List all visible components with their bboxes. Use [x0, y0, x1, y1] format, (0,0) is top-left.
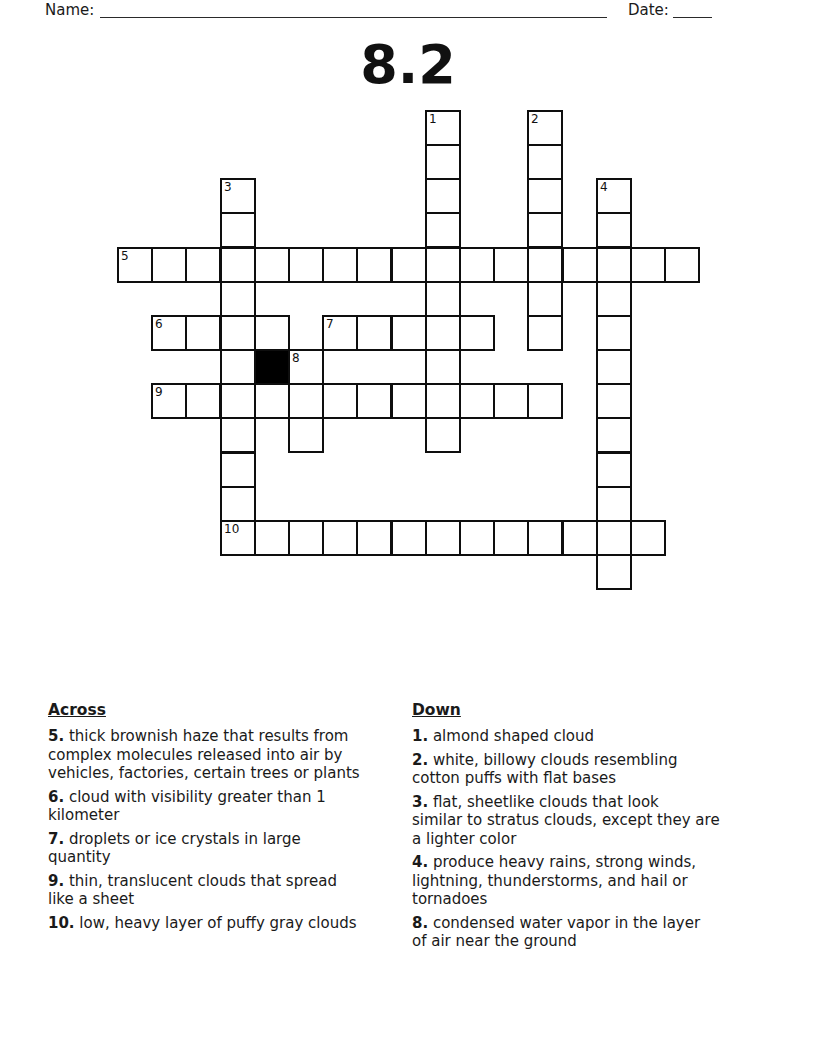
grid-cell[interactable]: 4 — [596, 178, 632, 214]
grid-cell[interactable] — [322, 383, 358, 419]
clue-number: 9. — [48, 872, 64, 890]
clue-text: almond shaped cloud — [433, 727, 594, 745]
grid-cell[interactable] — [356, 247, 392, 283]
grid-cell[interactable] — [596, 486, 632, 522]
clue-text: produce heavy rains, strong winds, light… — [412, 853, 696, 908]
clue-number: 10. — [48, 914, 75, 932]
grid-cell[interactable] — [425, 247, 461, 283]
grid-cell[interactable] — [425, 520, 461, 556]
grid-cell[interactable] — [391, 247, 427, 283]
grid-cell[interactable] — [220, 417, 256, 453]
clue-text: low, heavy layer of puffy gray clouds — [79, 914, 356, 932]
cell-number: 3 — [224, 181, 254, 193]
grid-cell[interactable] — [596, 281, 632, 317]
clue: 6. cloud with visibility greater than 1 … — [48, 788, 360, 825]
grid-cell[interactable] — [254, 315, 290, 351]
clue-number: 3. — [412, 793, 428, 811]
clue: 4. produce heavy rains, strong winds, li… — [412, 853, 720, 909]
grid-cell[interactable]: 8 — [288, 349, 324, 385]
across-heading: Across — [48, 701, 360, 720]
clue-text: droplets or ice crystals in large quanti… — [48, 830, 301, 867]
clue-text: white, billowy clouds resembling cotton … — [412, 751, 677, 788]
grid-cell[interactable] — [425, 212, 461, 248]
down-heading: Down — [412, 701, 720, 720]
grid-cell[interactable] — [527, 247, 563, 283]
clue-text: thin, translucent clouds that spread lik… — [48, 872, 337, 909]
date-blank-line[interactable] — [673, 2, 712, 18]
grid-cell[interactable] — [459, 315, 495, 351]
grid-cell[interactable] — [391, 315, 427, 351]
grid-cell[interactable] — [425, 349, 461, 385]
grid-cell[interactable] — [459, 247, 495, 283]
clue: 2. white, billowy clouds resembling cott… — [412, 751, 720, 788]
grid-cell[interactable] — [425, 383, 461, 419]
grid-cell[interactable] — [254, 247, 290, 283]
clue-number: 8. — [412, 914, 428, 932]
grid-cell[interactable] — [596, 452, 632, 488]
grid-cell[interactable] — [425, 281, 461, 317]
grid-cell[interactable] — [630, 520, 666, 556]
grid-cell[interactable]: 5 — [117, 247, 153, 283]
grid-cell[interactable] — [185, 315, 221, 351]
cell-number: 4 — [600, 181, 630, 193]
grid-cell[interactable] — [220, 349, 256, 385]
cell-number: 1 — [429, 113, 459, 125]
grid-cell[interactable] — [527, 383, 563, 419]
grid-cell[interactable] — [288, 247, 324, 283]
grid-cell[interactable] — [220, 486, 256, 522]
clue-text: condensed water vapor in the layer of ai… — [412, 914, 700, 951]
down-clue-list: 1. almond shaped cloud 2. white, billowy… — [412, 727, 720, 951]
clue: 7. droplets or ice crystals in large qua… — [48, 830, 360, 867]
grid-cell[interactable] — [527, 144, 563, 180]
grid-cell[interactable] — [562, 247, 598, 283]
grid-cell[interactable] — [596, 383, 632, 419]
grid-cell[interactable] — [425, 144, 461, 180]
grid-cell[interactable] — [322, 520, 358, 556]
crossword-grid: 12345678910 — [117, 110, 703, 592]
grid-cell[interactable] — [664, 247, 700, 283]
clue: 1. almond shaped cloud — [412, 727, 720, 746]
grid-cell[interactable] — [425, 315, 461, 351]
grid-cell[interactable] — [459, 520, 495, 556]
across-clue-list: 5. thick brownish haze that results from… — [48, 727, 360, 932]
grid-cell[interactable] — [596, 349, 632, 385]
worksheet-title: 8.2 — [0, 38, 816, 92]
grid-cell[interactable] — [596, 247, 632, 283]
grid-cell[interactable] — [493, 383, 529, 419]
grid-cell[interactable]: 7 — [322, 315, 358, 351]
grid-cell[interactable] — [151, 247, 187, 283]
cell-number: 2 — [531, 113, 561, 125]
clue: 5. thick brownish haze that results from… — [48, 727, 360, 783]
grid-cell[interactable] — [185, 383, 221, 419]
grid-cell[interactable] — [425, 178, 461, 214]
grid-cell[interactable] — [562, 520, 598, 556]
grid-cell[interactable] — [254, 383, 290, 419]
black-cell — [254, 349, 290, 385]
clue-number: 4. — [412, 853, 428, 871]
grid-cell[interactable] — [596, 520, 632, 556]
clue: 3. flat, sheetlike clouds that look simi… — [412, 793, 720, 849]
clue-number: 6. — [48, 788, 64, 806]
grid-cell[interactable] — [288, 383, 324, 419]
grid-cell[interactable] — [596, 417, 632, 453]
crossword-worksheet-page: Name: Date: 8.2 12345678910 Across 5. th… — [0, 0, 816, 1056]
grid-cell[interactable] — [493, 520, 529, 556]
grid-cell[interactable] — [220, 281, 256, 317]
grid-cell[interactable]: 1 — [425, 110, 461, 146]
grid-cell[interactable]: 3 — [220, 178, 256, 214]
grid-cell[interactable] — [527, 281, 563, 317]
clue-number: 5. — [48, 727, 64, 745]
grid-cell[interactable]: 2 — [527, 110, 563, 146]
grid-cell[interactable] — [220, 315, 256, 351]
cell-number: 5 — [121, 250, 151, 262]
grid-cell[interactable] — [391, 383, 427, 419]
grid-cell[interactable] — [527, 520, 563, 556]
grid-cell[interactable] — [596, 212, 632, 248]
cell-number: 9 — [155, 386, 185, 398]
grid-cell[interactable] — [220, 212, 256, 248]
grid-cell[interactable] — [527, 212, 563, 248]
grid-cell[interactable] — [596, 554, 632, 590]
date-label: Date: — [628, 2, 669, 19]
clue-text: thick brownish haze that results from co… — [48, 727, 360, 782]
grid-cell[interactable] — [459, 383, 495, 419]
grid-cell[interactable] — [527, 178, 563, 214]
clue-text: cloud with visibility greater than 1 kil… — [48, 788, 326, 825]
grid-cell[interactable] — [288, 417, 324, 453]
cell-number: 10 — [224, 523, 254, 535]
name-label: Name: — [45, 2, 94, 19]
grid-cell[interactable] — [527, 315, 563, 351]
clue-number: 1. — [412, 727, 428, 745]
grid-cell[interactable] — [220, 452, 256, 488]
grid-cell[interactable] — [356, 315, 392, 351]
name-blank-line[interactable] — [100, 2, 607, 18]
grid-cell[interactable] — [630, 247, 666, 283]
clue-number: 7. — [48, 830, 64, 848]
down-clues-section: Down 1. almond shaped cloud 2. white, bi… — [412, 701, 720, 956]
grid-cell[interactable] — [288, 520, 324, 556]
cell-number: 8 — [292, 352, 322, 364]
cell-number: 6 — [155, 318, 185, 330]
grid-cell[interactable] — [322, 247, 358, 283]
across-clues-section: Across 5. thick brownish haze that resul… — [48, 701, 360, 937]
clue-number: 2. — [412, 751, 428, 769]
grid-cell[interactable] — [220, 383, 256, 419]
grid-cell[interactable] — [254, 520, 290, 556]
grid-cell[interactable]: 9 — [151, 383, 187, 419]
clue: 9. thin, translucent clouds that spread … — [48, 872, 360, 909]
grid-cell[interactable] — [356, 383, 392, 419]
clue: 10. low, heavy layer of puffy gray cloud… — [48, 914, 360, 933]
grid-cell[interactable] — [356, 520, 392, 556]
cell-number: 7 — [326, 318, 356, 330]
grid-cell[interactable] — [220, 247, 256, 283]
grid-cell[interactable] — [391, 520, 427, 556]
grid-cell[interactable]: 6 — [151, 315, 187, 351]
grid-cell[interactable]: 10 — [220, 520, 256, 556]
grid-cell[interactable] — [596, 315, 632, 351]
grid-cell[interactable] — [493, 247, 529, 283]
grid-cell[interactable] — [425, 417, 461, 453]
clue-text: flat, sheetlike clouds that look similar… — [412, 793, 720, 848]
grid-cell[interactable] — [185, 247, 221, 283]
clue: 8. condensed water vapor in the layer of… — [412, 914, 720, 951]
